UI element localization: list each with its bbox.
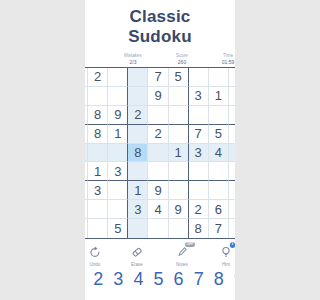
cell-r4c8[interactable]: 5: [209, 125, 229, 144]
stat-score: Score 260: [176, 53, 188, 65]
cell-r9c9[interactable]: [229, 219, 235, 238]
time-label: Time: [222, 53, 235, 58]
cell-r8c3[interactable]: [108, 200, 128, 219]
cell-r6c9[interactable]: [229, 162, 235, 181]
cell-r7c7[interactable]: [189, 181, 209, 200]
action-bar: Undo Erase OFF: [85, 244, 235, 266]
cell-r2c8[interactable]: 1: [209, 87, 229, 106]
cell-r3c9[interactable]: [229, 106, 235, 125]
stat-mistakes: Mistakes 2/3: [124, 53, 142, 65]
cell-r5c4[interactable]: 8: [128, 144, 148, 163]
cell-r7c8[interactable]: [209, 181, 229, 200]
notes-off-badge: OFF: [185, 242, 195, 247]
title-line-1: Classic: [85, 7, 235, 27]
cell-r1c8[interactable]: [209, 68, 229, 87]
cell-r9c3[interactable]: 5: [108, 219, 128, 238]
cell-r9c6[interactable]: [169, 219, 189, 238]
cell-r8c2[interactable]: [88, 200, 108, 219]
mistakes-value: 2/3: [124, 59, 142, 65]
cell-r7c3[interactable]: [108, 181, 128, 200]
cell-r6c3[interactable]: 3: [108, 162, 128, 181]
cell-r4c6[interactable]: [169, 125, 189, 144]
cell-r4c7[interactable]: 7: [189, 125, 209, 144]
cell-r7c6[interactable]: [169, 181, 189, 200]
numpad-5[interactable]: 5: [148, 266, 168, 292]
cell-r8c4[interactable]: 3: [128, 200, 148, 219]
numpad-3[interactable]: 3: [108, 266, 128, 292]
mistakes-label: Mistakes: [124, 53, 142, 58]
undo-icon: [89, 244, 101, 256]
cell-r8c6[interactable]: 9: [169, 200, 189, 219]
cell-r3c4[interactable]: 2: [128, 106, 148, 125]
cell-r3c7[interactable]: [189, 106, 209, 125]
cell-r7c5[interactable]: 9: [148, 181, 168, 200]
numpad-8[interactable]: 8: [209, 266, 229, 292]
title-line-2: Sudoku: [85, 27, 235, 47]
cell-r3c5[interactable]: [148, 106, 168, 125]
undo-button[interactable]: Undo: [85, 244, 110, 267]
lightbulb-icon: 1: [220, 244, 232, 256]
cell-r7c4[interactable]: 1: [128, 181, 148, 200]
cell-r6c5[interactable]: [148, 162, 168, 181]
cell-r4c3[interactable]: 1: [108, 125, 128, 144]
time-value: 01:59: [222, 59, 235, 65]
cell-r9c4[interactable]: [128, 219, 148, 238]
cell-r6c2[interactable]: 1: [88, 162, 108, 181]
cell-r1c4[interactable]: [128, 68, 148, 87]
sudoku-board: 1275493187892481275813451363198134926258…: [85, 67, 235, 239]
page-title: Classic Sudoku: [85, 7, 235, 47]
numpad-9[interactable]: 9: [229, 266, 235, 292]
cell-r2c4[interactable]: [128, 87, 148, 106]
cell-r3c8[interactable]: [209, 106, 229, 125]
cell-r5c7[interactable]: 3: [189, 144, 209, 163]
cell-r8c9[interactable]: 2: [229, 200, 235, 219]
cell-r2c2[interactable]: [88, 87, 108, 106]
cell-r8c5[interactable]: 4: [148, 200, 168, 219]
cell-r2c5[interactable]: 9: [148, 87, 168, 106]
erase-button[interactable]: Erase: [122, 244, 152, 267]
sudoku-app-screen: Classic Sudoku Difficulty Medium Mistake…: [85, 0, 235, 300]
cell-r8c7[interactable]: 2: [189, 200, 209, 219]
score-label: Score: [176, 53, 188, 58]
cell-r5c9[interactable]: 5: [229, 144, 235, 163]
cell-r1c5[interactable]: 7: [148, 68, 168, 87]
cell-r6c4[interactable]: [128, 162, 148, 181]
cell-r9c7[interactable]: 8: [189, 219, 209, 238]
cell-r6c7[interactable]: [189, 162, 209, 181]
cell-r4c5[interactable]: 2: [148, 125, 168, 144]
cell-r2c9[interactable]: 8: [229, 87, 235, 106]
cell-r6c6[interactable]: [169, 162, 189, 181]
notes-button[interactable]: OFF Notes: [167, 244, 197, 267]
cell-r1c3[interactable]: [108, 68, 128, 87]
stat-time: Time 01:59: [222, 53, 235, 65]
cell-r4c4[interactable]: [128, 125, 148, 144]
stats-bar: Difficulty Medium Mistakes 2/3 Score 260…: [85, 53, 235, 67]
cell-r3c6[interactable]: [169, 106, 189, 125]
cell-r9c2[interactable]: [88, 219, 108, 238]
pencil-icon: OFF: [176, 244, 188, 256]
numpad-7[interactable]: 7: [189, 266, 209, 292]
cell-r4c2[interactable]: 8: [88, 125, 108, 144]
hint-count-badge: 1: [230, 242, 236, 248]
cell-r1c6[interactable]: 5: [169, 68, 189, 87]
score-value: 260: [176, 59, 188, 65]
number-pad: 123456789: [85, 266, 235, 292]
cell-r2c7[interactable]: 3: [189, 87, 209, 106]
cell-r5c6[interactable]: 1: [169, 144, 189, 163]
eraser-icon: [131, 244, 143, 256]
numpad-2[interactable]: 2: [88, 266, 108, 292]
cell-r9c8[interactable]: 7: [209, 219, 229, 238]
cell-r7c9[interactable]: 8: [229, 181, 235, 200]
cell-r3c3[interactable]: 9: [108, 106, 128, 125]
cell-r3c2[interactable]: 8: [88, 106, 108, 125]
cell-r1c2[interactable]: 2: [88, 68, 108, 87]
cell-r2c3[interactable]: [108, 87, 128, 106]
cell-r2c6[interactable]: [169, 87, 189, 106]
cell-r1c9[interactable]: [229, 68, 235, 87]
cell-r1c7[interactable]: [189, 68, 209, 87]
cell-r5c5[interactable]: [148, 144, 168, 163]
cell-r7c2[interactable]: 3: [88, 181, 108, 200]
cell-r5c8[interactable]: 4: [209, 144, 229, 163]
cell-r6c8[interactable]: [209, 162, 229, 181]
cell-r4c9[interactable]: [229, 125, 235, 144]
hint-button[interactable]: 1 Hint: [211, 244, 235, 267]
numpad-4[interactable]: 4: [128, 266, 148, 292]
cell-r8c8[interactable]: 6: [209, 200, 229, 219]
cell-r9c5[interactable]: [148, 219, 168, 238]
numpad-6[interactable]: 6: [169, 266, 189, 292]
cell-r5c2[interactable]: [88, 144, 108, 163]
cell-r5c3[interactable]: [108, 144, 128, 163]
